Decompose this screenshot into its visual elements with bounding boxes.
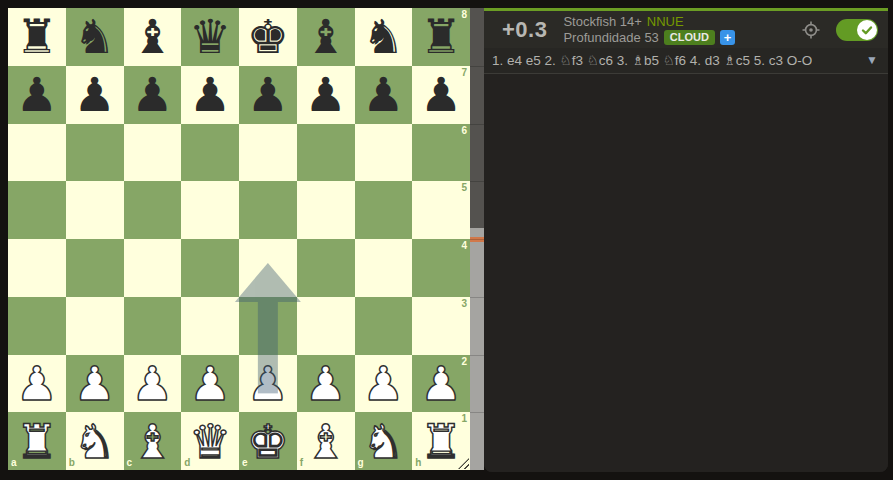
- black-pawn[interactable]: ♟: [362, 71, 404, 118]
- square-d5[interactable]: [181, 181, 239, 239]
- square-e2[interactable]: ♟: [239, 355, 297, 413]
- white-pawn[interactable]: ♟: [16, 360, 58, 407]
- black-pawn[interactable]: ♟: [247, 71, 289, 118]
- square-e7[interactable]: ♟: [239, 66, 297, 124]
- square-h3[interactable]: 3: [412, 297, 470, 355]
- square-c2[interactable]: ♟: [124, 355, 182, 413]
- black-pawn[interactable]: ♟: [189, 71, 231, 118]
- square-c1[interactable]: ♝c: [124, 412, 182, 470]
- square-g7[interactable]: ♟: [355, 66, 413, 124]
- square-c3[interactable]: [124, 297, 182, 355]
- square-e8[interactable]: ♚: [239, 8, 297, 66]
- black-pawn[interactable]: ♟: [74, 71, 116, 118]
- square-h7[interactable]: ♟7: [412, 66, 470, 124]
- rank-label: 7: [461, 68, 467, 78]
- white-pawn[interactable]: ♟: [247, 360, 289, 407]
- square-f3[interactable]: [297, 297, 355, 355]
- white-pawn[interactable]: ♟: [189, 360, 231, 407]
- square-h2[interactable]: ♟2: [412, 355, 470, 413]
- square-d4[interactable]: [181, 239, 239, 297]
- depth-label: Profundidade 53: [563, 30, 658, 46]
- square-g6[interactable]: [355, 124, 413, 182]
- square-a6[interactable]: [8, 124, 66, 182]
- black-knight[interactable]: ♞: [74, 13, 116, 60]
- square-a1[interactable]: ♜a: [8, 412, 66, 470]
- file-label: c: [127, 458, 133, 468]
- square-g1[interactable]: ♞g: [355, 412, 413, 470]
- square-a3[interactable]: [8, 297, 66, 355]
- rank-label: 5: [461, 183, 467, 193]
- square-g5[interactable]: [355, 181, 413, 239]
- gauge-tick: [470, 66, 484, 67]
- white-knight[interactable]: ♞: [74, 418, 116, 465]
- white-rook[interactable]: ♜: [420, 418, 462, 465]
- gauge-tick: [470, 181, 484, 182]
- square-a4[interactable]: [8, 239, 66, 297]
- black-king[interactable]: ♚: [247, 13, 289, 60]
- square-c8[interactable]: ♝: [124, 8, 182, 66]
- square-h6[interactable]: 6: [412, 124, 470, 182]
- square-d8[interactable]: ♛: [181, 8, 239, 66]
- white-rook[interactable]: ♜: [16, 418, 58, 465]
- square-d6[interactable]: [181, 124, 239, 182]
- square-h5[interactable]: 5: [412, 181, 470, 239]
- file-label: e: [242, 458, 248, 468]
- rank-label: 8: [461, 10, 467, 20]
- white-pawn[interactable]: ♟: [74, 360, 116, 407]
- analysis-page: ♜♞♝♛♚♝♞♜8♟♟♟♟♟♟♟♟76543♟♟♟♟♟♟♟♟2♜a♞b♝c♛d♚…: [0, 0, 893, 480]
- chess-board[interactable]: ♜♞♝♛♚♝♞♜8♟♟♟♟♟♟♟♟76543♟♟♟♟♟♟♟♟2♜a♞b♝c♛d♚…: [8, 8, 470, 470]
- white-pawn[interactable]: ♟: [131, 360, 173, 407]
- engine-name: Stockfish 14+: [563, 14, 641, 30]
- square-c5[interactable]: [124, 181, 182, 239]
- square-f5[interactable]: [297, 181, 355, 239]
- black-rook[interactable]: ♜: [420, 13, 462, 60]
- white-pawn[interactable]: ♟: [305, 360, 347, 407]
- square-c6[interactable]: [124, 124, 182, 182]
- square-d7[interactable]: ♟: [181, 66, 239, 124]
- rank-label: 1: [461, 414, 467, 424]
- file-label: a: [11, 458, 17, 468]
- square-g4[interactable]: [355, 239, 413, 297]
- square-h4[interactable]: 4: [412, 239, 470, 297]
- engine-toggle[interactable]: [836, 19, 878, 41]
- square-a5[interactable]: [8, 181, 66, 239]
- nnue-label: NNUE: [647, 14, 684, 30]
- white-queen[interactable]: ♛: [189, 418, 231, 465]
- square-c4[interactable]: [124, 239, 182, 297]
- file-label: d: [184, 458, 190, 468]
- engine-panel: +0.3 Stockfish 14+ NNUE Profundidade 53 …: [484, 8, 888, 472]
- white-knight[interactable]: ♞: [362, 418, 404, 465]
- eval-gauge: [470, 8, 484, 470]
- square-b4[interactable]: [66, 239, 124, 297]
- square-b7[interactable]: ♟: [66, 66, 124, 124]
- square-f7[interactable]: ♟: [297, 66, 355, 124]
- cloud-badge: CLOUD: [664, 30, 715, 45]
- file-label: g: [358, 458, 364, 468]
- file-label: f: [300, 458, 303, 468]
- square-e1[interactable]: ♚e: [239, 412, 297, 470]
- rank-label: 3: [461, 299, 467, 309]
- square-g2[interactable]: ♟: [355, 355, 413, 413]
- pv-moves[interactable]: 1. e4 e5 2. ♘f3 ♘c6 3. ♗b5 ♘f6 4. d3 ♗c5…: [492, 52, 812, 68]
- chess-board-area: ♜♞♝♛♚♝♞♜8♟♟♟♟♟♟♟♟76543♟♟♟♟♟♟♟♟2♜a♞b♝c♛d♚…: [8, 8, 470, 470]
- white-king[interactable]: ♚: [247, 418, 289, 465]
- white-bishop[interactable]: ♝: [305, 418, 347, 465]
- black-knight[interactable]: ♞: [362, 13, 404, 60]
- square-a8[interactable]: ♜: [8, 8, 66, 66]
- square-h8[interactable]: ♜8: [412, 8, 470, 66]
- square-e6[interactable]: [239, 124, 297, 182]
- square-g8[interactable]: ♞: [355, 8, 413, 66]
- file-label: h: [415, 458, 421, 468]
- white-pawn[interactable]: ♟: [362, 360, 404, 407]
- add-engine-line-button[interactable]: +: [720, 30, 735, 45]
- black-queen[interactable]: ♛: [189, 13, 231, 60]
- rank-label: 6: [461, 126, 467, 136]
- square-f2[interactable]: ♟: [297, 355, 355, 413]
- engine-header: +0.3 Stockfish 14+ NNUE Profundidade 53 …: [484, 11, 888, 48]
- square-b8[interactable]: ♞: [66, 8, 124, 66]
- gauge-tick: [470, 297, 484, 298]
- square-b3[interactable]: [66, 297, 124, 355]
- expand-caret-icon[interactable]: ▼: [866, 54, 878, 66]
- black-pawn[interactable]: ♟: [16, 71, 58, 118]
- square-b2[interactable]: ♟: [66, 355, 124, 413]
- square-b1[interactable]: ♞b: [66, 412, 124, 470]
- gauge-tick: [470, 412, 484, 413]
- eval-score: +0.3: [502, 17, 547, 43]
- move-list-area: [484, 74, 888, 472]
- black-rook[interactable]: ♜: [16, 13, 58, 60]
- square-a7[interactable]: ♟: [8, 66, 66, 124]
- toggle-knob-check-icon: [857, 20, 877, 40]
- square-f6[interactable]: [297, 124, 355, 182]
- square-e4[interactable]: [239, 239, 297, 297]
- gauge-tick: [470, 355, 484, 356]
- square-d2[interactable]: ♟: [181, 355, 239, 413]
- square-d1[interactable]: ♛d: [181, 412, 239, 470]
- black-bishop[interactable]: ♝: [131, 13, 173, 60]
- square-e3[interactable]: [239, 297, 297, 355]
- gauge-tick: [470, 239, 484, 240]
- square-b6[interactable]: [66, 124, 124, 182]
- pv-line-row[interactable]: 1. e4 e5 2. ♘f3 ♘c6 3. ♗b5 ♘f6 4. d3 ♗c5…: [484, 48, 888, 74]
- black-bishop[interactable]: ♝: [305, 13, 347, 60]
- black-pawn[interactable]: ♟: [420, 71, 462, 118]
- black-pawn[interactable]: ♟: [131, 71, 173, 118]
- white-pawn[interactable]: ♟: [420, 360, 462, 407]
- black-pawn[interactable]: ♟: [305, 71, 347, 118]
- square-h1[interactable]: ♜1h: [412, 412, 470, 470]
- square-f1[interactable]: ♝f: [297, 412, 355, 470]
- square-a2[interactable]: ♟: [8, 355, 66, 413]
- square-f8[interactable]: ♝: [297, 8, 355, 66]
- rank-label: 4: [461, 241, 467, 251]
- gauge-tick: [470, 124, 484, 125]
- practice-target-icon[interactable]: [802, 21, 820, 39]
- square-b5[interactable]: [66, 181, 124, 239]
- file-label: b: [69, 458, 75, 468]
- square-c7[interactable]: ♟: [124, 66, 182, 124]
- square-e5[interactable]: [239, 181, 297, 239]
- eval-gauge-black-share: [470, 8, 484, 228]
- white-bishop[interactable]: ♝: [131, 418, 173, 465]
- square-g3[interactable]: [355, 297, 413, 355]
- square-f4[interactable]: [297, 239, 355, 297]
- square-d3[interactable]: [181, 297, 239, 355]
- rank-label: 2: [461, 357, 467, 367]
